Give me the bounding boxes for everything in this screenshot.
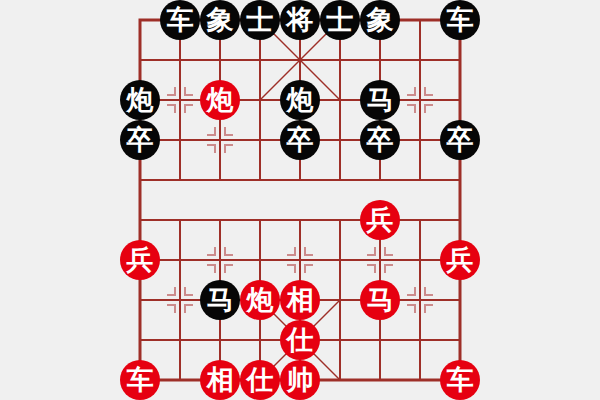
piece-red-pawn[interactable]: 兵 xyxy=(120,240,160,280)
piece-black-pawn[interactable]: 卒 xyxy=(280,120,320,160)
piece-red-elephant[interactable]: 相 xyxy=(200,360,240,400)
piece-red-cannon[interactable]: 炮 xyxy=(200,80,240,120)
piece-black-elephant[interactable]: 象 xyxy=(360,0,400,40)
piece-black-advisor[interactable]: 士 xyxy=(320,0,360,40)
piece-black-chariot[interactable]: 车 xyxy=(160,0,200,40)
piece-red-chariot[interactable]: 车 xyxy=(120,360,160,400)
piece-red-advisor[interactable]: 仕 xyxy=(280,320,320,360)
piece-red-elephant[interactable]: 相 xyxy=(280,280,320,320)
piece-red-advisor[interactable]: 仕 xyxy=(240,360,280,400)
piece-black-general[interactable]: 将 xyxy=(280,0,320,40)
piece-red-pawn[interactable]: 兵 xyxy=(440,240,480,280)
piece-red-general[interactable]: 帅 xyxy=(280,360,320,400)
pieces-layer: 车象士将士象车炮炮炮马卒卒卒卒兵兵兵马炮相马仕车相仕帅车 xyxy=(0,0,600,400)
piece-black-pawn[interactable]: 卒 xyxy=(120,120,160,160)
piece-red-cannon[interactable]: 炮 xyxy=(240,280,280,320)
piece-red-pawn[interactable]: 兵 xyxy=(360,200,400,240)
piece-black-horse[interactable]: 马 xyxy=(360,80,400,120)
piece-black-pawn[interactable]: 卒 xyxy=(360,120,400,160)
piece-black-cannon[interactable]: 炮 xyxy=(280,80,320,120)
xiangqi-board: 车象士将士象车炮炮炮马卒卒卒卒兵兵兵马炮相马仕车相仕帅车 xyxy=(0,0,600,400)
piece-black-elephant[interactable]: 象 xyxy=(200,0,240,40)
piece-red-chariot[interactable]: 车 xyxy=(440,360,480,400)
piece-black-cannon[interactable]: 炮 xyxy=(120,80,160,120)
piece-black-pawn[interactable]: 卒 xyxy=(440,120,480,160)
piece-black-chariot[interactable]: 车 xyxy=(440,0,480,40)
piece-red-horse[interactable]: 马 xyxy=(360,280,400,320)
piece-black-advisor[interactable]: 士 xyxy=(240,0,280,40)
piece-black-horse[interactable]: 马 xyxy=(200,280,240,320)
